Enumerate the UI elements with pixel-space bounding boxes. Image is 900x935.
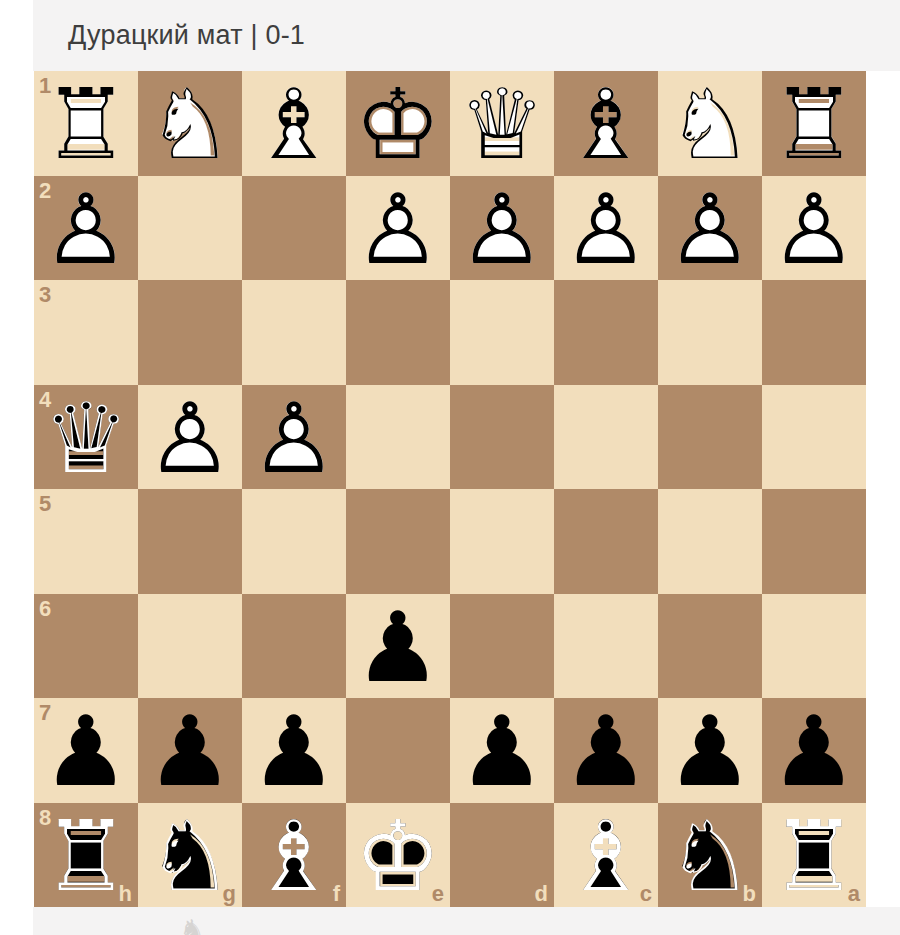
square-a4[interactable] bbox=[762, 385, 866, 490]
square-h5[interactable]: 5 bbox=[34, 489, 138, 594]
rank-label-6: 6 bbox=[39, 598, 51, 620]
square-e1[interactable]: ♚♔ bbox=[346, 71, 450, 176]
piece-black-pawn[interactable]: ♟ bbox=[138, 698, 242, 803]
square-d5[interactable] bbox=[450, 489, 554, 594]
piece-glyph-outline: ♗ bbox=[242, 71, 346, 176]
square-e8[interactable]: e♚♔ bbox=[346, 803, 450, 908]
piece-black-pawn[interactable]: ♟ bbox=[450, 698, 554, 803]
piece-glyph-outline: ♙ bbox=[138, 385, 242, 490]
square-a1[interactable]: ♜♖ bbox=[762, 71, 866, 176]
piece-glyph-fill: ♟ bbox=[450, 698, 554, 803]
piece-glyph-fill: ♟ bbox=[658, 698, 762, 803]
square-f8[interactable]: f♝♗ bbox=[242, 803, 346, 908]
chess-board: 1♜♖♞♘♝♗♚♔♛♕♝♗♞♘♜♖2♟♙♟♙♟♙♟♙♟♙♟♙34♛♕♟♙♟♙56… bbox=[34, 71, 866, 907]
square-g5[interactable] bbox=[138, 489, 242, 594]
rank-label-1: 1 bbox=[39, 75, 51, 97]
square-d3[interactable] bbox=[450, 280, 554, 385]
piece-glyph-outline: ♙ bbox=[658, 176, 762, 281]
piece-white-king[interactable]: ♚♔ bbox=[346, 71, 450, 176]
square-g4[interactable]: ♟♙ bbox=[138, 385, 242, 490]
piece-white-pawn[interactable]: ♟♙ bbox=[658, 176, 762, 281]
square-a3[interactable] bbox=[762, 280, 866, 385]
square-b1[interactable]: ♞♘ bbox=[658, 71, 762, 176]
rank-label-5: 5 bbox=[39, 493, 51, 515]
rank-label-4: 4 bbox=[39, 389, 51, 411]
piece-black-pawn[interactable]: ♟ bbox=[762, 698, 866, 803]
piece-glyph-outline: ♔ bbox=[346, 71, 450, 176]
square-c5[interactable] bbox=[554, 489, 658, 594]
square-f3[interactable] bbox=[242, 280, 346, 385]
piece-glyph-outline: ♙ bbox=[242, 385, 346, 490]
square-h2[interactable]: 2♟♙ bbox=[34, 176, 138, 281]
piece-glyph-outline: ♙ bbox=[554, 176, 658, 281]
captured-piece-icon: ♞ bbox=[179, 916, 206, 935]
square-h7[interactable]: 7♟ bbox=[34, 698, 138, 803]
square-h3[interactable]: 3 bbox=[34, 280, 138, 385]
rank-label-8: 8 bbox=[39, 807, 51, 829]
file-label-f: f bbox=[333, 883, 340, 905]
square-e5[interactable] bbox=[346, 489, 450, 594]
title-bar: Дурацкий мат | 0-1 bbox=[33, 0, 900, 71]
square-b2[interactable]: ♟♙ bbox=[658, 176, 762, 281]
piece-white-knight[interactable]: ♞♘ bbox=[138, 71, 242, 176]
file-label-g: g bbox=[223, 883, 236, 905]
file-label-h: h bbox=[119, 883, 132, 905]
square-d4[interactable] bbox=[450, 385, 554, 490]
square-c6[interactable] bbox=[554, 594, 658, 699]
square-e2[interactable]: ♟♙ bbox=[346, 176, 450, 281]
piece-glyph-fill: ♟ bbox=[242, 698, 346, 803]
piece-white-pawn[interactable]: ♟♙ bbox=[138, 385, 242, 490]
square-g7[interactable]: ♟ bbox=[138, 698, 242, 803]
piece-glyph-fill: ♟ bbox=[346, 594, 450, 699]
square-c3[interactable] bbox=[554, 280, 658, 385]
square-f5[interactable] bbox=[242, 489, 346, 594]
piece-black-pawn[interactable]: ♟ bbox=[554, 698, 658, 803]
square-f4[interactable]: ♟♙ bbox=[242, 385, 346, 490]
square-e6[interactable]: ♟ bbox=[346, 594, 450, 699]
piece-white-bishop[interactable]: ♝♗ bbox=[554, 71, 658, 176]
file-label-b: b bbox=[743, 883, 756, 905]
piece-glyph-fill: ♟ bbox=[762, 698, 866, 803]
square-d6[interactable] bbox=[450, 594, 554, 699]
square-b4[interactable] bbox=[658, 385, 762, 490]
piece-white-queen[interactable]: ♛♕ bbox=[450, 71, 554, 176]
square-a6[interactable] bbox=[762, 594, 866, 699]
piece-glyph-outline: ♘ bbox=[658, 71, 762, 176]
piece-white-pawn[interactable]: ♟♙ bbox=[762, 176, 866, 281]
file-label-c: c bbox=[640, 883, 652, 905]
square-c8[interactable]: c♝♗ bbox=[554, 803, 658, 908]
square-g6[interactable] bbox=[138, 594, 242, 699]
file-label-d: d bbox=[535, 883, 548, 905]
piece-glyph-outline: ♙ bbox=[762, 176, 866, 281]
piece-glyph-outline: ♖ bbox=[762, 71, 866, 176]
piece-white-pawn[interactable]: ♟♙ bbox=[242, 385, 346, 490]
piece-glyph-outline: ♘ bbox=[138, 71, 242, 176]
square-g1[interactable]: ♞♘ bbox=[138, 71, 242, 176]
rank-label-3: 3 bbox=[39, 284, 51, 306]
square-a5[interactable] bbox=[762, 489, 866, 594]
square-b6[interactable] bbox=[658, 594, 762, 699]
piece-glyph-outline: ♙ bbox=[346, 176, 450, 281]
rank-label-2: 2 bbox=[39, 180, 51, 202]
piece-white-bishop[interactable]: ♝♗ bbox=[242, 71, 346, 176]
square-b8[interactable]: b♞♘ bbox=[658, 803, 762, 908]
square-e3[interactable] bbox=[346, 280, 450, 385]
piece-black-pawn[interactable]: ♟ bbox=[346, 594, 450, 699]
rank-label-7: 7 bbox=[39, 702, 51, 724]
square-d8[interactable]: d bbox=[450, 803, 554, 908]
square-d2[interactable]: ♟♙ bbox=[450, 176, 554, 281]
square-b3[interactable] bbox=[658, 280, 762, 385]
square-e7[interactable] bbox=[346, 698, 450, 803]
square-h6[interactable]: 6 bbox=[34, 594, 138, 699]
square-c2[interactable]: ♟♙ bbox=[554, 176, 658, 281]
square-f1[interactable]: ♝♗ bbox=[242, 71, 346, 176]
piece-glyph-fill: ♟ bbox=[554, 698, 658, 803]
piece-black-bishop[interactable]: ♝♗ bbox=[242, 803, 346, 908]
piece-black-pawn[interactable]: ♟ bbox=[242, 698, 346, 803]
square-c7[interactable]: ♟ bbox=[554, 698, 658, 803]
square-d7[interactable]: ♟ bbox=[450, 698, 554, 803]
square-f2[interactable] bbox=[242, 176, 346, 281]
square-h8[interactable]: 8h♜♖ bbox=[34, 803, 138, 908]
square-b5[interactable] bbox=[658, 489, 762, 594]
square-g2[interactable] bbox=[138, 176, 242, 281]
square-a2[interactable]: ♟♙ bbox=[762, 176, 866, 281]
piece-black-pawn[interactable]: ♟ bbox=[658, 698, 762, 803]
square-a8[interactable]: a♜♖ bbox=[762, 803, 866, 908]
square-g8[interactable]: g♞♘ bbox=[138, 803, 242, 908]
piece-white-rook[interactable]: ♜♖ bbox=[762, 71, 866, 176]
piece-glyph-outline: ♕ bbox=[450, 71, 554, 176]
piece-glyph-outline: ♗ bbox=[242, 803, 346, 908]
piece-white-knight[interactable]: ♞♘ bbox=[658, 71, 762, 176]
square-c4[interactable] bbox=[554, 385, 658, 490]
square-e4[interactable] bbox=[346, 385, 450, 490]
piece-glyph-outline: ♗ bbox=[554, 71, 658, 176]
square-f7[interactable]: ♟ bbox=[242, 698, 346, 803]
piece-glyph-fill: ♟ bbox=[138, 698, 242, 803]
piece-white-pawn[interactable]: ♟♙ bbox=[450, 176, 554, 281]
square-a7[interactable]: ♟ bbox=[762, 698, 866, 803]
file-label-a: a bbox=[848, 883, 860, 905]
page-title: Дурацкий мат | 0-1 bbox=[68, 20, 305, 51]
piece-glyph-outline: ♙ bbox=[450, 176, 554, 281]
file-label-e: e bbox=[432, 883, 444, 905]
square-g3[interactable] bbox=[138, 280, 242, 385]
square-b7[interactable]: ♟ bbox=[658, 698, 762, 803]
square-h1[interactable]: 1♜♖ bbox=[34, 71, 138, 176]
piece-white-pawn[interactable]: ♟♙ bbox=[346, 176, 450, 281]
square-f6[interactable] bbox=[242, 594, 346, 699]
square-c1[interactable]: ♝♗ bbox=[554, 71, 658, 176]
square-d1[interactable]: ♛♕ bbox=[450, 71, 554, 176]
piece-white-pawn[interactable]: ♟♙ bbox=[554, 176, 658, 281]
square-h4[interactable]: 4♛♕ bbox=[34, 385, 138, 490]
